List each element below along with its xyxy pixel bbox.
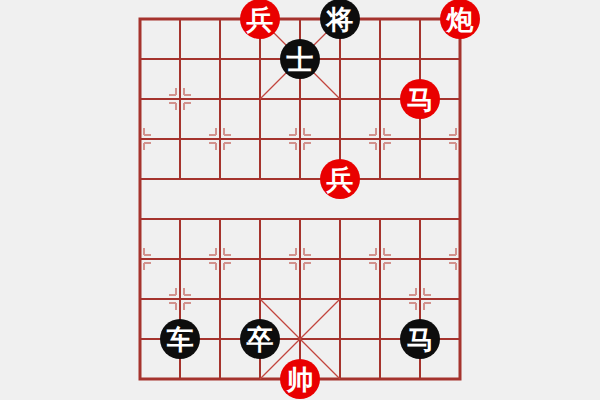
piece-red-horse[interactable]: 马 bbox=[400, 79, 440, 119]
piece-black-chariot[interactable]: 车 bbox=[160, 319, 200, 359]
piece-red-soldier-b[interactable]: 兵 bbox=[320, 159, 360, 199]
piece-red-soldier-a[interactable]: 兵 bbox=[240, 0, 280, 39]
xiangqi-diagram: 兵将炮士马兵车卒马帅 bbox=[0, 0, 600, 400]
piece-black-soldier[interactable]: 卒 bbox=[240, 319, 280, 359]
piece-black-horse[interactable]: 马 bbox=[400, 319, 440, 359]
piece-black-advisor[interactable]: 士 bbox=[280, 39, 320, 79]
piece-red-cannon[interactable]: 炮 bbox=[440, 0, 480, 39]
piece-red-general[interactable]: 帅 bbox=[280, 359, 320, 399]
piece-black-general[interactable]: 将 bbox=[320, 0, 360, 39]
